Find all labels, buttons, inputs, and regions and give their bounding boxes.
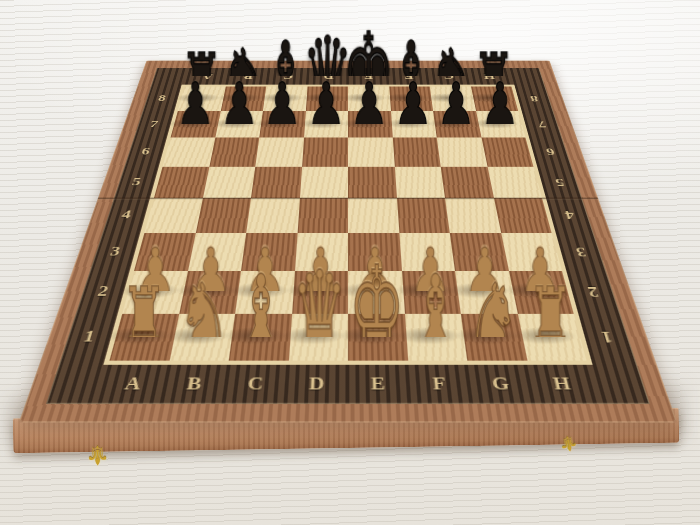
square-e7[interactable] xyxy=(348,111,392,138)
file-label-bottom-b: B xyxy=(185,373,204,395)
square-a8[interactable] xyxy=(178,87,226,111)
square-c8[interactable] xyxy=(263,87,307,111)
square-c7[interactable] xyxy=(259,111,305,138)
square-b7[interactable] xyxy=(215,111,263,138)
file-label-top-e: E xyxy=(363,71,374,80)
scene: ABCDEFGHABCDEFGH1234567812345678 ♜♞♝♛♚♝♞… xyxy=(0,0,700,525)
square-f8[interactable] xyxy=(389,87,433,111)
file-label-top-h: H xyxy=(482,71,496,80)
square-e8[interactable] xyxy=(348,87,391,111)
file-label-bottom-g: G xyxy=(490,373,512,395)
file-label-bottom-a: A xyxy=(123,373,145,395)
file-label-bottom-d: D xyxy=(309,373,327,395)
rank-label-left-1: 1 xyxy=(81,327,98,346)
square-h8[interactable] xyxy=(471,87,519,111)
file-label-bottom-c: C xyxy=(247,373,266,395)
square-f7[interactable] xyxy=(391,111,437,138)
square-g7[interactable] xyxy=(433,111,481,138)
square-b8[interactable] xyxy=(220,87,266,111)
rank-label-right-1: 1 xyxy=(598,327,615,346)
file-label-top-c: C xyxy=(282,71,294,80)
file-label-top-g: G xyxy=(442,71,455,80)
chess-board: ABCDEFGHABCDEFGH1234567812345678 ♜♞♝♛♚♝♞… xyxy=(19,61,677,423)
file-label-top-f: F xyxy=(403,71,413,80)
square-a7[interactable] xyxy=(171,111,221,138)
file-label-bottom-f: F xyxy=(432,373,449,395)
file-label-top-b: B xyxy=(242,71,254,80)
file-label-top-d: D xyxy=(322,71,333,80)
file-label-bottom-h: H xyxy=(551,373,574,395)
piece-white-rook-h1[interactable]: ♜ xyxy=(503,205,599,336)
square-d7[interactable] xyxy=(304,111,348,138)
square-d8[interactable] xyxy=(305,87,348,111)
square-g8[interactable] xyxy=(430,87,476,111)
square-h7[interactable] xyxy=(476,111,526,138)
file-label-bottom-e: E xyxy=(371,373,387,395)
